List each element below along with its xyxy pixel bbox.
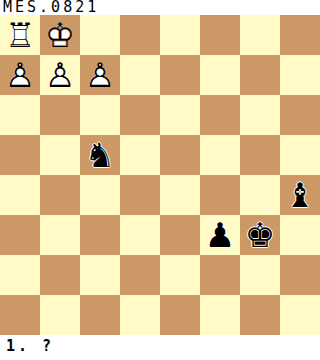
black-bishop[interactable]: ♝ bbox=[280, 175, 320, 215]
square-f6[interactable] bbox=[200, 95, 240, 135]
square-g2[interactable] bbox=[240, 255, 280, 295]
square-b6[interactable] bbox=[40, 95, 80, 135]
square-h3[interactable] bbox=[280, 215, 320, 255]
square-b8[interactable]: ♚♔ bbox=[40, 15, 80, 55]
square-h2[interactable] bbox=[280, 255, 320, 295]
square-d3[interactable] bbox=[120, 215, 160, 255]
square-d7[interactable] bbox=[120, 55, 160, 95]
square-f2[interactable] bbox=[200, 255, 240, 295]
white-rook[interactable]: ♜♖ bbox=[0, 15, 40, 55]
square-a5[interactable] bbox=[0, 135, 40, 175]
square-d2[interactable] bbox=[120, 255, 160, 295]
chess-puzzle-app: MES.0821 ♜♖♚♔♟♙♟♙♟♙♞♝♟♚ 1. ? bbox=[0, 0, 320, 360]
white-pawn-outline: ♙ bbox=[40, 55, 80, 95]
square-g6[interactable] bbox=[240, 95, 280, 135]
white-pawn-outline: ♙ bbox=[80, 55, 120, 95]
square-f5[interactable] bbox=[200, 135, 240, 175]
square-e5[interactable] bbox=[160, 135, 200, 175]
black-king[interactable]: ♚ bbox=[240, 215, 280, 255]
square-b2[interactable] bbox=[40, 255, 80, 295]
white-pawn[interactable]: ♟♙ bbox=[40, 55, 80, 95]
square-d4[interactable] bbox=[120, 175, 160, 215]
white-pawn[interactable]: ♟♙ bbox=[0, 55, 40, 95]
square-a1[interactable] bbox=[0, 295, 40, 335]
puzzle-id: MES.0821 bbox=[0, 0, 320, 15]
square-e7[interactable] bbox=[160, 55, 200, 95]
square-g7[interactable] bbox=[240, 55, 280, 95]
square-b3[interactable] bbox=[40, 215, 80, 255]
square-d6[interactable] bbox=[120, 95, 160, 135]
square-f8[interactable] bbox=[200, 15, 240, 55]
square-c8[interactable] bbox=[80, 15, 120, 55]
square-f7[interactable] bbox=[200, 55, 240, 95]
white-pawn-outline: ♙ bbox=[0, 55, 40, 95]
square-f4[interactable] bbox=[200, 175, 240, 215]
square-e4[interactable] bbox=[160, 175, 200, 215]
black-pawn[interactable]: ♟ bbox=[200, 215, 240, 255]
square-b4[interactable] bbox=[40, 175, 80, 215]
square-f3[interactable]: ♟ bbox=[200, 215, 240, 255]
square-c3[interactable] bbox=[80, 215, 120, 255]
square-h5[interactable] bbox=[280, 135, 320, 175]
white-rook-outline: ♖ bbox=[0, 15, 40, 55]
square-e6[interactable] bbox=[160, 95, 200, 135]
square-c5[interactable]: ♞ bbox=[80, 135, 120, 175]
square-d8[interactable] bbox=[120, 15, 160, 55]
square-h1[interactable] bbox=[280, 295, 320, 335]
white-king-outline: ♔ bbox=[40, 15, 80, 55]
square-c7[interactable]: ♟♙ bbox=[80, 55, 120, 95]
square-a8[interactable]: ♜♖ bbox=[0, 15, 40, 55]
square-a3[interactable] bbox=[0, 215, 40, 255]
move-prompt: 1. ? bbox=[0, 335, 320, 360]
square-h6[interactable] bbox=[280, 95, 320, 135]
square-g3[interactable]: ♚ bbox=[240, 215, 280, 255]
square-c2[interactable] bbox=[80, 255, 120, 295]
square-d5[interactable] bbox=[120, 135, 160, 175]
square-h7[interactable] bbox=[280, 55, 320, 95]
square-a4[interactable] bbox=[0, 175, 40, 215]
square-a2[interactable] bbox=[0, 255, 40, 295]
square-h4[interactable]: ♝ bbox=[280, 175, 320, 215]
square-g1[interactable] bbox=[240, 295, 280, 335]
square-a7[interactable]: ♟♙ bbox=[0, 55, 40, 95]
chess-board: ♜♖♚♔♟♙♟♙♟♙♞♝♟♚ bbox=[0, 15, 320, 335]
square-d1[interactable] bbox=[120, 295, 160, 335]
black-knight[interactable]: ♞ bbox=[80, 135, 120, 175]
square-g4[interactable] bbox=[240, 175, 280, 215]
square-a6[interactable] bbox=[0, 95, 40, 135]
square-b1[interactable] bbox=[40, 295, 80, 335]
square-e1[interactable] bbox=[160, 295, 200, 335]
square-b7[interactable]: ♟♙ bbox=[40, 55, 80, 95]
square-e3[interactable] bbox=[160, 215, 200, 255]
square-c6[interactable] bbox=[80, 95, 120, 135]
square-e2[interactable] bbox=[160, 255, 200, 295]
square-b5[interactable] bbox=[40, 135, 80, 175]
square-c1[interactable] bbox=[80, 295, 120, 335]
square-g8[interactable] bbox=[240, 15, 280, 55]
square-g5[interactable] bbox=[240, 135, 280, 175]
white-pawn[interactable]: ♟♙ bbox=[80, 55, 120, 95]
white-king[interactable]: ♚♔ bbox=[40, 15, 80, 55]
square-f1[interactable] bbox=[200, 295, 240, 335]
square-c4[interactable] bbox=[80, 175, 120, 215]
square-h8[interactable] bbox=[280, 15, 320, 55]
square-e8[interactable] bbox=[160, 15, 200, 55]
